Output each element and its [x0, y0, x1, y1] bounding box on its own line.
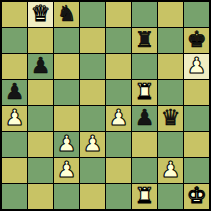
white-pawn[interactable]: ♟	[57, 158, 77, 182]
square-f8[interactable]	[132, 2, 157, 27]
white-pawn[interactable]: ♟	[187, 54, 207, 78]
square-d3[interactable]: ♟	[80, 132, 105, 157]
square-a1[interactable]	[2, 184, 27, 209]
square-g8[interactable]	[158, 2, 183, 27]
square-c1[interactable]	[54, 184, 79, 209]
square-e3[interactable]	[106, 132, 131, 157]
square-g1[interactable]	[158, 184, 183, 209]
square-e4[interactable]: ♟	[106, 106, 131, 131]
square-f4[interactable]: ♟	[132, 106, 157, 131]
square-h1[interactable]: ♚	[184, 184, 209, 209]
square-f1[interactable]: ♜	[132, 184, 157, 209]
square-e1[interactable]	[106, 184, 131, 209]
square-a8[interactable]	[2, 2, 27, 27]
square-f5[interactable]: ♜	[132, 80, 157, 105]
square-a4[interactable]: ♟	[2, 106, 27, 131]
square-d1[interactable]	[80, 184, 105, 209]
square-e8[interactable]	[106, 2, 131, 27]
white-pawn[interactable]: ♟	[161, 158, 181, 182]
square-a7[interactable]	[2, 28, 27, 53]
white-king[interactable]: ♚	[187, 184, 207, 208]
white-pawn[interactable]: ♟	[109, 106, 129, 130]
square-d8[interactable]	[80, 2, 105, 27]
square-h3[interactable]	[184, 132, 209, 157]
white-pawn[interactable]: ♟	[5, 106, 25, 130]
square-f7[interactable]: ♜	[132, 28, 157, 53]
square-c7[interactable]	[54, 28, 79, 53]
square-a3[interactable]	[2, 132, 27, 157]
square-d5[interactable]	[80, 80, 105, 105]
square-e7[interactable]	[106, 28, 131, 53]
black-king[interactable]: ♚	[187, 28, 207, 52]
square-f6[interactable]	[132, 54, 157, 79]
black-queen[interactable]: ♛	[161, 106, 181, 130]
square-b6[interactable]: ♟	[28, 54, 53, 79]
square-g6[interactable]	[158, 54, 183, 79]
square-c5[interactable]	[54, 80, 79, 105]
square-h6[interactable]: ♟	[184, 54, 209, 79]
square-f3[interactable]	[132, 132, 157, 157]
square-f2[interactable]	[132, 158, 157, 183]
square-d2[interactable]	[80, 158, 105, 183]
square-d6[interactable]	[80, 54, 105, 79]
square-b4[interactable]	[28, 106, 53, 131]
black-knight[interactable]: ♞	[57, 2, 77, 26]
square-b3[interactable]	[28, 132, 53, 157]
black-rook[interactable]: ♜	[135, 28, 155, 52]
white-pawn[interactable]: ♟	[57, 132, 77, 156]
square-c6[interactable]	[54, 54, 79, 79]
square-g5[interactable]	[158, 80, 183, 105]
square-h5[interactable]	[184, 80, 209, 105]
square-b2[interactable]	[28, 158, 53, 183]
square-h4[interactable]	[184, 106, 209, 131]
square-b1[interactable]	[28, 184, 53, 209]
square-g4[interactable]: ♛	[158, 106, 183, 131]
square-e5[interactable]	[106, 80, 131, 105]
black-pawn[interactable]: ♟	[5, 80, 25, 104]
square-b7[interactable]	[28, 28, 53, 53]
square-b8[interactable]: ♛	[28, 2, 53, 27]
black-pawn[interactable]: ♟	[135, 106, 155, 130]
square-c8[interactable]: ♞	[54, 2, 79, 27]
square-h8[interactable]	[184, 2, 209, 27]
chess-board: ♛♞♜♚♟♟♟♜♟♟♟♛♟♟♟♟♜♚	[0, 0, 211, 211]
square-c4[interactable]	[54, 106, 79, 131]
square-g2[interactable]: ♟	[158, 158, 183, 183]
white-pawn[interactable]: ♟	[83, 132, 103, 156]
square-c3[interactable]: ♟	[54, 132, 79, 157]
square-g3[interactable]	[158, 132, 183, 157]
square-b5[interactable]	[28, 80, 53, 105]
square-h7[interactable]: ♚	[184, 28, 209, 53]
square-h2[interactable]	[184, 158, 209, 183]
square-d7[interactable]	[80, 28, 105, 53]
square-g7[interactable]	[158, 28, 183, 53]
square-a6[interactable]	[2, 54, 27, 79]
square-e2[interactable]	[106, 158, 131, 183]
white-rook[interactable]: ♜	[135, 184, 155, 208]
square-a5[interactable]: ♟	[2, 80, 27, 105]
square-c2[interactable]: ♟	[54, 158, 79, 183]
square-e6[interactable]	[106, 54, 131, 79]
white-rook[interactable]: ♜	[135, 80, 155, 104]
square-d4[interactable]	[80, 106, 105, 131]
black-pawn[interactable]: ♟	[31, 54, 51, 78]
square-a2[interactable]	[2, 158, 27, 183]
white-queen[interactable]: ♛	[31, 2, 51, 26]
